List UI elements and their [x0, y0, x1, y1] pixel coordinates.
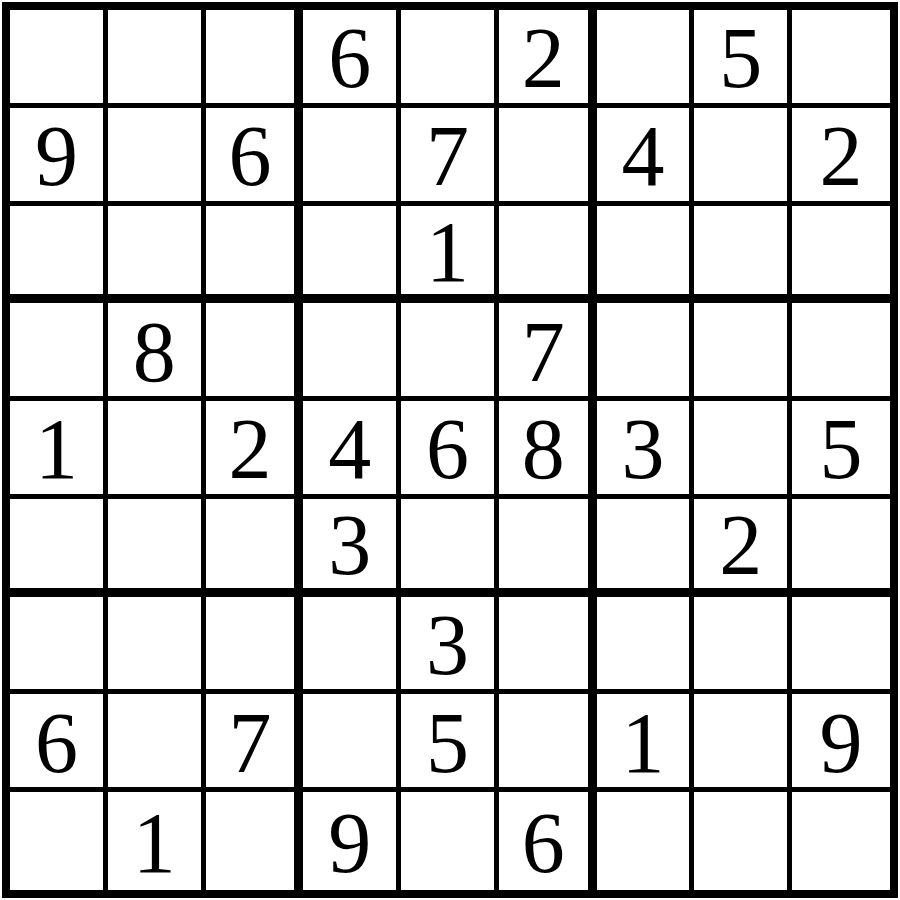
given-digit: 6 — [426, 406, 469, 492]
sudoku-cell-r1c7[interactable] — [597, 10, 695, 108]
sudoku-cell-r8c6[interactable] — [499, 694, 597, 792]
sudoku-cell-r4c6: 7 — [499, 303, 597, 401]
sudoku-cell-r9c6: 6 — [499, 792, 597, 890]
sudoku-board: 62596742187124683532367519196 — [2, 2, 898, 898]
sudoku-cell-r4c5[interactable] — [401, 303, 499, 401]
sudoku-cell-r2c4[interactable] — [303, 108, 401, 206]
sudoku-cell-r2c5: 7 — [401, 108, 499, 206]
sudoku-cell-r2c3: 6 — [206, 108, 304, 206]
sudoku-cell-r9c1[interactable] — [10, 792, 108, 890]
given-digit: 5 — [719, 15, 762, 101]
sudoku-cell-r2c1: 9 — [10, 108, 108, 206]
sudoku-cell-r3c4[interactable] — [303, 206, 401, 304]
sudoku-cell-r3c2[interactable] — [108, 206, 206, 304]
sudoku-cell-r8c7: 1 — [597, 694, 695, 792]
sudoku-cell-r5c4: 4 — [303, 401, 401, 499]
sudoku-cell-r8c3: 7 — [206, 694, 304, 792]
given-digit: 6 — [328, 15, 371, 101]
sudoku-cell-r5c7: 3 — [597, 401, 695, 499]
sudoku-cell-r2c7: 4 — [597, 108, 695, 206]
given-digit: 2 — [228, 406, 271, 492]
sudoku-cell-r4c7[interactable] — [597, 303, 695, 401]
given-digit: 3 — [622, 406, 665, 492]
sudoku-cell-r9c9[interactable] — [792, 792, 890, 890]
sudoku-cell-r1c8: 5 — [694, 10, 792, 108]
given-digit: 8 — [522, 406, 565, 492]
sudoku-cell-r7c9[interactable] — [792, 597, 890, 695]
given-digit: 1 — [622, 700, 665, 786]
sudoku-cell-r2c6[interactable] — [499, 108, 597, 206]
sudoku-cell-r6c5[interactable] — [401, 499, 499, 597]
sudoku-cell-r6c4: 3 — [303, 499, 401, 597]
sudoku-cell-r7c2[interactable] — [108, 597, 206, 695]
sudoku-cell-r1c6: 2 — [499, 10, 597, 108]
sudoku-cell-r9c7[interactable] — [597, 792, 695, 890]
sudoku-cell-r1c3[interactable] — [206, 10, 304, 108]
sudoku-cell-r4c8[interactable] — [694, 303, 792, 401]
sudoku-cell-r4c3[interactable] — [206, 303, 304, 401]
given-digit: 2 — [522, 15, 565, 101]
sudoku-cell-r1c9[interactable] — [792, 10, 890, 108]
given-digit: 9 — [328, 800, 371, 886]
sudoku-cell-r5c2[interactable] — [108, 401, 206, 499]
sudoku-cell-r7c5: 3 — [401, 597, 499, 695]
sudoku-cell-r6c1[interactable] — [10, 499, 108, 597]
sudoku-cell-r7c4[interactable] — [303, 597, 401, 695]
given-digit: 6 — [522, 800, 565, 886]
sudoku-cell-r8c4[interactable] — [303, 694, 401, 792]
sudoku-cell-r7c1[interactable] — [10, 597, 108, 695]
sudoku-cell-r3c8[interactable] — [694, 206, 792, 304]
sudoku-cell-r4c2: 8 — [108, 303, 206, 401]
sudoku-cell-r1c5[interactable] — [401, 10, 499, 108]
sudoku-cell-r5c3: 2 — [206, 401, 304, 499]
sudoku-cell-r5c1: 1 — [10, 401, 108, 499]
sudoku-cell-r3c5: 1 — [401, 206, 499, 304]
sudoku-cell-r5c9: 5 — [792, 401, 890, 499]
sudoku-cell-r9c8[interactable] — [694, 792, 792, 890]
sudoku-cell-r3c6[interactable] — [499, 206, 597, 304]
sudoku-cell-r3c1[interactable] — [10, 206, 108, 304]
sudoku-cell-r3c3[interactable] — [206, 206, 304, 304]
sudoku-cell-r3c7[interactable] — [597, 206, 695, 304]
sudoku-cell-r1c1[interactable] — [10, 10, 108, 108]
sudoku-cell-r8c2[interactable] — [108, 694, 206, 792]
given-digit: 7 — [426, 113, 469, 199]
given-digit: 1 — [426, 209, 469, 295]
sudoku-cell-r7c7[interactable] — [597, 597, 695, 695]
sudoku-cell-r6c8: 2 — [694, 499, 792, 597]
sudoku-cell-r6c2[interactable] — [108, 499, 206, 597]
sudoku-cell-r6c6[interactable] — [499, 499, 597, 597]
sudoku-cell-r5c6: 8 — [499, 401, 597, 499]
sudoku-cell-r2c2[interactable] — [108, 108, 206, 206]
sudoku-cell-r6c3[interactable] — [206, 499, 304, 597]
given-digit: 6 — [228, 113, 271, 199]
sudoku-cell-r8c1: 6 — [10, 694, 108, 792]
sudoku-cell-r4c9[interactable] — [792, 303, 890, 401]
sudoku-cell-r7c3[interactable] — [206, 597, 304, 695]
given-digit: 9 — [35, 113, 78, 199]
sudoku-cell-r9c3[interactable] — [206, 792, 304, 890]
sudoku-cell-r6c7[interactable] — [597, 499, 695, 597]
given-digit: 9 — [820, 700, 863, 786]
sudoku-cell-r9c5[interactable] — [401, 792, 499, 890]
sudoku-cell-r7c6[interactable] — [499, 597, 597, 695]
given-digit: 3 — [426, 602, 469, 688]
sudoku-cell-r9c4: 9 — [303, 792, 401, 890]
sudoku-cell-r1c2[interactable] — [108, 10, 206, 108]
given-digit: 7 — [522, 309, 565, 395]
sudoku-cell-r3c9[interactable] — [792, 206, 890, 304]
sudoku-cell-r2c9: 2 — [792, 108, 890, 206]
given-digit: 7 — [228, 700, 271, 786]
given-digit: 5 — [426, 700, 469, 786]
sudoku-cell-r5c8[interactable] — [694, 401, 792, 499]
sudoku-cell-r8c8[interactable] — [694, 694, 792, 792]
given-digit: 1 — [35, 406, 78, 492]
sudoku-cell-r2c8[interactable] — [694, 108, 792, 206]
given-digit: 8 — [133, 309, 176, 395]
sudoku-cell-r6c9[interactable] — [792, 499, 890, 597]
sudoku-cell-r4c1[interactable] — [10, 303, 108, 401]
sudoku-cell-r5c5: 6 — [401, 401, 499, 499]
given-digit: 6 — [35, 700, 78, 786]
given-digit: 2 — [719, 502, 762, 588]
sudoku-cell-r1c4: 6 — [303, 10, 401, 108]
given-digit: 4 — [328, 406, 371, 492]
given-digit: 4 — [622, 113, 665, 199]
given-digit: 1 — [133, 800, 176, 886]
sudoku-cell-r4c4[interactable] — [303, 303, 401, 401]
sudoku-cell-r8c5: 5 — [401, 694, 499, 792]
sudoku-cell-r8c9: 9 — [792, 694, 890, 792]
sudoku-cell-r9c2: 1 — [108, 792, 206, 890]
given-digit: 2 — [820, 113, 863, 199]
given-digit: 5 — [820, 406, 863, 492]
sudoku-cell-r7c8[interactable] — [694, 597, 792, 695]
given-digit: 3 — [328, 502, 371, 588]
